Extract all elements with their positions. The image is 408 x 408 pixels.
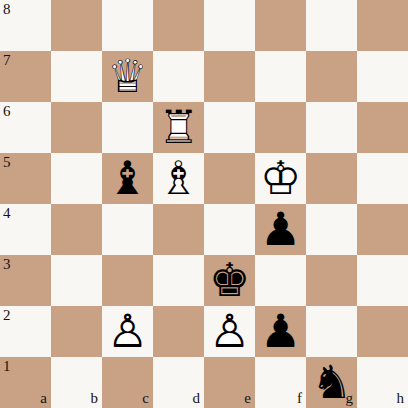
piece-outline: ♕ — [102, 51, 153, 102]
square-b3[interactable] — [51, 255, 102, 306]
square-h8[interactable] — [357, 0, 408, 51]
square-c7[interactable]: ♛♕ — [102, 51, 153, 102]
square-g4[interactable] — [306, 204, 357, 255]
chess-board-container: 87♛♕6♜♖5♝♝♗♚♔4♟3♚2♟♙♟♙♟1abcdefg♞h — [0, 0, 408, 408]
file-label-e: e — [244, 391, 251, 406]
piece-fill: ♞ — [306, 357, 357, 408]
piece-outline: ♔ — [255, 153, 306, 204]
square-d6[interactable]: ♜♖ — [153, 102, 204, 153]
square-b7[interactable] — [51, 51, 102, 102]
square-d4[interactable] — [153, 204, 204, 255]
square-c3[interactable] — [102, 255, 153, 306]
rank-label-5: 5 — [3, 155, 11, 170]
square-a4[interactable]: 4 — [0, 204, 51, 255]
square-c5[interactable]: ♝ — [102, 153, 153, 204]
square-b2[interactable] — [51, 306, 102, 357]
square-b8[interactable] — [51, 0, 102, 51]
square-g1[interactable]: g♞ — [306, 357, 357, 408]
piece-outline: ♙ — [102, 306, 153, 357]
square-e4[interactable] — [204, 204, 255, 255]
rank-label-6: 6 — [3, 104, 11, 119]
square-f4[interactable]: ♟ — [255, 204, 306, 255]
file-label-a: a — [40, 391, 47, 406]
square-d1[interactable]: d — [153, 357, 204, 408]
square-d7[interactable] — [153, 51, 204, 102]
piece-black-knight[interactable]: ♞ — [306, 357, 357, 408]
piece-white-pawn[interactable]: ♟♙ — [102, 306, 153, 357]
square-c6[interactable] — [102, 102, 153, 153]
square-b6[interactable] — [51, 102, 102, 153]
piece-white-king[interactable]: ♚♔ — [255, 153, 306, 204]
square-e2[interactable]: ♟♙ — [204, 306, 255, 357]
piece-outline: ♗ — [153, 153, 204, 204]
rank-label-4: 4 — [3, 206, 11, 221]
chess-board: 87♛♕6♜♖5♝♝♗♚♔4♟3♚2♟♙♟♙♟1abcdefg♞h — [0, 0, 408, 408]
square-f8[interactable] — [255, 0, 306, 51]
square-c8[interactable] — [102, 0, 153, 51]
square-a6[interactable]: 6 — [0, 102, 51, 153]
piece-black-pawn[interactable]: ♟ — [255, 204, 306, 255]
piece-outline: ♖ — [153, 102, 204, 153]
file-label-c: c — [142, 391, 149, 406]
square-a3[interactable]: 3 — [0, 255, 51, 306]
piece-outline: ♙ — [204, 306, 255, 357]
square-f5[interactable]: ♚♔ — [255, 153, 306, 204]
square-e6[interactable] — [204, 102, 255, 153]
square-f2[interactable]: ♟ — [255, 306, 306, 357]
square-g8[interactable] — [306, 0, 357, 51]
square-g6[interactable] — [306, 102, 357, 153]
square-h7[interactable] — [357, 51, 408, 102]
piece-white-pawn[interactable]: ♟♙ — [204, 306, 255, 357]
square-e7[interactable] — [204, 51, 255, 102]
square-d5[interactable]: ♝♗ — [153, 153, 204, 204]
rank-label-7: 7 — [3, 53, 11, 68]
square-h3[interactable] — [357, 255, 408, 306]
file-label-f: f — [297, 391, 302, 406]
rank-label-2: 2 — [3, 308, 11, 323]
square-c1[interactable]: c — [102, 357, 153, 408]
square-a1[interactable]: 1a — [0, 357, 51, 408]
square-c2[interactable]: ♟♙ — [102, 306, 153, 357]
square-f3[interactable] — [255, 255, 306, 306]
square-b5[interactable] — [51, 153, 102, 204]
square-e8[interactable] — [204, 0, 255, 51]
piece-fill: ♚ — [204, 255, 255, 306]
square-a8[interactable]: 8 — [0, 0, 51, 51]
piece-black-bishop[interactable]: ♝ — [102, 153, 153, 204]
square-e5[interactable] — [204, 153, 255, 204]
rank-label-3: 3 — [3, 257, 11, 272]
square-h1[interactable]: h — [357, 357, 408, 408]
square-g2[interactable] — [306, 306, 357, 357]
square-a7[interactable]: 7 — [0, 51, 51, 102]
square-g5[interactable] — [306, 153, 357, 204]
square-h4[interactable] — [357, 204, 408, 255]
rank-label-8: 8 — [3, 2, 11, 17]
square-g7[interactable] — [306, 51, 357, 102]
square-e1[interactable]: e — [204, 357, 255, 408]
piece-white-queen[interactable]: ♛♕ — [102, 51, 153, 102]
file-label-b: b — [91, 391, 99, 406]
square-d2[interactable] — [153, 306, 204, 357]
square-b1[interactable]: b — [51, 357, 102, 408]
square-h6[interactable] — [357, 102, 408, 153]
square-c4[interactable] — [102, 204, 153, 255]
square-b4[interactable] — [51, 204, 102, 255]
square-f7[interactable] — [255, 51, 306, 102]
piece-fill: ♟ — [255, 204, 306, 255]
piece-fill: ♟ — [255, 306, 306, 357]
file-label-h: h — [397, 391, 405, 406]
piece-fill: ♝ — [102, 153, 153, 204]
file-label-d: d — [193, 391, 201, 406]
rank-label-1: 1 — [3, 359, 11, 374]
square-h2[interactable] — [357, 306, 408, 357]
square-d8[interactable] — [153, 0, 204, 51]
piece-black-king[interactable]: ♚ — [204, 255, 255, 306]
square-e3[interactable]: ♚ — [204, 255, 255, 306]
piece-white-bishop[interactable]: ♝♗ — [153, 153, 204, 204]
square-h5[interactable] — [357, 153, 408, 204]
square-d3[interactable] — [153, 255, 204, 306]
square-a5[interactable]: 5 — [0, 153, 51, 204]
piece-white-rook[interactable]: ♜♖ — [153, 102, 204, 153]
square-f6[interactable] — [255, 102, 306, 153]
square-a2[interactable]: 2 — [0, 306, 51, 357]
square-f1[interactable]: f — [255, 357, 306, 408]
square-g3[interactable] — [306, 255, 357, 306]
piece-black-pawn[interactable]: ♟ — [255, 306, 306, 357]
